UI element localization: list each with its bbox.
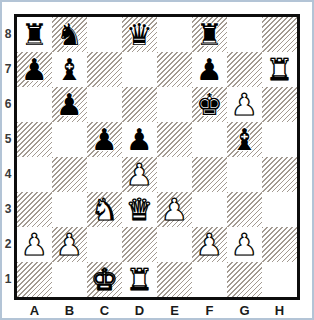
square-f4[interactable] (192, 157, 227, 192)
white-pawn-icon: ♟ (231, 90, 258, 120)
file-label-b: B (52, 301, 87, 320)
white-pawn-icon: ♟ (161, 195, 188, 225)
rank-label-6: 6 (2, 87, 14, 122)
square-c2[interactable] (87, 227, 122, 262)
rank-label-7: 7 (2, 52, 14, 87)
white-pawn-icon: ♟ (196, 230, 223, 260)
square-a6[interactable] (17, 87, 52, 122)
square-d8[interactable]: ♛ (122, 17, 157, 52)
black-queen-icon: ♛ (126, 20, 153, 50)
square-a5[interactable] (17, 122, 52, 157)
black-rook-icon: ♜ (21, 20, 48, 50)
square-h3[interactable] (262, 192, 297, 227)
white-pawn-icon: ♟ (56, 230, 83, 260)
file-labels: ABCDEFGH (17, 301, 297, 320)
black-knight-icon: ♞ (56, 20, 83, 50)
square-b8[interactable]: ♞ (52, 17, 87, 52)
black-bishop-icon: ♝ (231, 125, 258, 155)
white-pawn-icon: ♟ (231, 230, 258, 260)
square-g6[interactable]: ♟ (227, 87, 262, 122)
square-c5[interactable]: ♟ (87, 122, 122, 157)
square-h2[interactable] (262, 227, 297, 262)
white-king-icon: ♚ (91, 265, 118, 295)
square-b7[interactable]: ♝ (52, 52, 87, 87)
square-g8[interactable] (227, 17, 262, 52)
square-g2[interactable]: ♟ (227, 227, 262, 262)
square-a2[interactable]: ♟ (17, 227, 52, 262)
square-d4[interactable]: ♟ (122, 157, 157, 192)
chess-diagram: 87654321 ♜♞♛♜♟♝♟♜♟♚♟♟♟♝♟♞♛♟♟♟♟♟♚♜ ABCDEF… (0, 0, 314, 320)
square-e3[interactable]: ♟ (157, 192, 192, 227)
file-label-f: F (192, 301, 227, 320)
square-b3[interactable] (52, 192, 87, 227)
black-king-icon: ♚ (196, 90, 223, 120)
black-pawn-icon: ♟ (196, 55, 223, 85)
rank-label-4: 4 (2, 157, 14, 192)
file-label-c: C (87, 301, 122, 320)
black-pawn-icon: ♟ (91, 125, 118, 155)
square-c7[interactable] (87, 52, 122, 87)
square-d1[interactable]: ♜ (122, 262, 157, 297)
square-g7[interactable] (227, 52, 262, 87)
square-g3[interactable] (227, 192, 262, 227)
square-e4[interactable] (157, 157, 192, 192)
square-b6[interactable]: ♟ (52, 87, 87, 122)
square-a8[interactable]: ♜ (17, 17, 52, 52)
white-pawn-icon: ♟ (21, 230, 48, 260)
square-b5[interactable] (52, 122, 87, 157)
square-a7[interactable]: ♟ (17, 52, 52, 87)
square-e1[interactable] (157, 262, 192, 297)
black-pawn-icon: ♟ (126, 125, 153, 155)
square-b1[interactable] (52, 262, 87, 297)
square-f5[interactable] (192, 122, 227, 157)
white-queen-icon: ♛ (126, 195, 153, 225)
square-e5[interactable] (157, 122, 192, 157)
square-a4[interactable] (17, 157, 52, 192)
board: ♜♞♛♜♟♝♟♜♟♚♟♟♟♝♟♞♛♟♟♟♟♟♚♜ (14, 14, 300, 300)
rank-label-2: 2 (2, 227, 14, 262)
square-h8[interactable] (262, 17, 297, 52)
square-a3[interactable] (17, 192, 52, 227)
black-pawn-icon: ♟ (21, 55, 48, 85)
square-d3[interactable]: ♛ (122, 192, 157, 227)
square-h1[interactable] (262, 262, 297, 297)
square-c6[interactable] (87, 87, 122, 122)
square-a1[interactable] (17, 262, 52, 297)
square-e8[interactable] (157, 17, 192, 52)
square-f2[interactable]: ♟ (192, 227, 227, 262)
file-label-e: E (157, 301, 192, 320)
square-f6[interactable]: ♚ (192, 87, 227, 122)
square-g5[interactable]: ♝ (227, 122, 262, 157)
white-rook-icon: ♜ (266, 55, 293, 85)
square-c8[interactable] (87, 17, 122, 52)
file-label-h: H (262, 301, 297, 320)
square-g1[interactable] (227, 262, 262, 297)
rank-label-3: 3 (2, 192, 14, 227)
square-f3[interactable] (192, 192, 227, 227)
square-e2[interactable] (157, 227, 192, 262)
square-d2[interactable] (122, 227, 157, 262)
square-c1[interactable]: ♚ (87, 262, 122, 297)
white-knight-icon: ♞ (91, 195, 118, 225)
file-label-d: D (122, 301, 157, 320)
square-h5[interactable] (262, 122, 297, 157)
square-g4[interactable] (227, 157, 262, 192)
rank-label-5: 5 (2, 122, 14, 157)
square-f7[interactable]: ♟ (192, 52, 227, 87)
square-f1[interactable] (192, 262, 227, 297)
rank-label-8: 8 (2, 17, 14, 52)
file-label-g: G (227, 301, 262, 320)
black-bishop-icon: ♝ (56, 55, 83, 85)
square-b2[interactable]: ♟ (52, 227, 87, 262)
black-rook-icon: ♜ (196, 20, 223, 50)
square-c3[interactable]: ♞ (87, 192, 122, 227)
square-e6[interactable] (157, 87, 192, 122)
black-pawn-icon: ♟ (56, 90, 83, 120)
square-e7[interactable] (157, 52, 192, 87)
rank-labels: 87654321 (2, 17, 14, 297)
square-d5[interactable]: ♟ (122, 122, 157, 157)
square-d7[interactable] (122, 52, 157, 87)
white-rook-icon: ♜ (126, 265, 153, 295)
rank-label-1: 1 (2, 262, 14, 297)
square-d6[interactable] (122, 87, 157, 122)
square-f8[interactable]: ♜ (192, 17, 227, 52)
white-pawn-icon: ♟ (126, 160, 153, 190)
square-h7[interactable]: ♜ (262, 52, 297, 87)
square-c4[interactable] (87, 157, 122, 192)
square-b4[interactable] (52, 157, 87, 192)
square-h4[interactable] (262, 157, 297, 192)
file-label-a: A (17, 301, 52, 320)
square-h6[interactable] (262, 87, 297, 122)
